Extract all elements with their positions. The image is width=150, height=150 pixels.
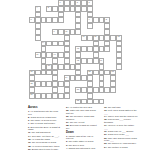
clue-item: 3. The Son of God [66,144,100,147]
clue-text: The garden of Adam and Eve [108,142,136,144]
clue-text: Jesus died on the ___ [108,133,129,135]
clue-item: 13. Forty days Jesus fasted in the ___ [104,109,138,114]
clue-text: The first man [108,106,121,108]
clue-text: God said, "Let there be ___" [32,135,59,137]
clue-item: 24. The mother of Jesus [104,146,138,149]
cell-number: 8 [106,18,107,21]
cell-number: 13 [117,35,119,38]
clue-item: 6. The family of God's people [28,119,62,122]
across-header: Across [28,106,62,109]
clue-text: Site of Jesus' first miracle [30,122,55,124]
clue-text: Mary and Joseph found Jesus in the ___ [104,137,137,142]
clue-item: 11. The first sacrament [28,131,62,134]
clue-text: Water into wine was Jesus' first one [66,109,96,114]
cell-number: 6 [30,18,31,21]
clue-item: 20. Beads used to pray to Mary [28,148,62,150]
cell-number: 23 [112,70,114,73]
clue-item: 17. I believe in God, the Father ___ [104,124,138,129]
clue-item: 1. Usually said at the end of prayers [66,135,100,140]
cell-number: 14 [42,41,44,44]
cell-number: 28 [77,99,79,102]
cell-number: 20 [48,64,50,67]
clue-text: Beads used to pray to Mary [32,148,59,150]
clue-item: 23. The garden of Adam and Eve [104,142,138,145]
crossword-cell[interactable] [58,17,64,23]
clue-text: He parted the Red Sea [70,106,92,108]
clue-item: 5. Jesus grew up in this town [28,116,62,119]
crossword-cell[interactable] [99,99,105,105]
crossword-grid: 1234567891011121314151617181920212223242… [0,0,150,106]
clue-item: 16. The Good News of Jesus [28,141,62,144]
clue-text: The day of rest [70,121,85,123]
cell-number: 1 [59,1,60,4]
crossword-cell[interactable] [104,46,110,52]
cell-number: 9 [54,30,55,33]
clue-list: Across 1. He was thrown into the lions' … [28,106,138,150]
clue-text: Talking and listening to God [68,147,95,149]
clue-text: The foster father of Jesus [68,140,93,142]
cell-number: 11 [83,35,85,38]
clue-text: I believe in God, the Father ___ [104,124,134,129]
cell-number: 2 [77,1,78,4]
clue-item: 27. The day of rest [66,121,100,124]
clue-text: Loaves and ___ fed five thousand [104,118,131,123]
clue-text: Where God and the angels live [108,115,138,117]
clue-text: The Good News of Jesus [32,141,57,143]
cell-number: 17 [54,53,56,56]
clue-item: 21. Jesus died on the ___ [104,133,138,136]
clue-item: 26. The hill where Jesus was crucified [66,115,100,120]
clue-text: Jesus rose on ___ Sunday [108,130,134,132]
clue-text: He leads the Mass [32,138,50,140]
cell-number: 4 [36,6,37,9]
cell-number: 22 [88,70,90,73]
clue-text: The mother of Jesus [108,146,128,148]
cell-number: 10 [65,30,67,33]
clue-item: 14. Where God and the angels live [104,115,138,118]
clue-item: 4. Talking and listening to God [66,147,100,150]
clue-text: He denied Jesus three times [32,145,60,147]
clue-item: 15. He leads the Mass [28,138,62,141]
crossword-cell[interactable] [116,64,122,70]
clue-item: 15. Loaves and ___ fed five thousand [104,118,138,123]
cell-number: 26 [77,88,79,91]
clue-item: 18. He denied Jesus three times [28,145,62,148]
cell-number: 15 [77,47,79,50]
clue-item: 14. God said, "Let there be ___" [28,135,62,138]
cell-number: 16 [36,53,38,56]
clue-item: 25. Water into wine was Jesus' first one [66,109,100,114]
clue-item: 9. Becomes the Body of Christ at Mass [28,126,62,131]
cell-number: 5 [48,6,49,9]
clue-item: 24. He parted the Red Sea [66,106,100,109]
clue-text: Becomes the Body of Christ at Mass [28,126,60,131]
cell-number: 18 [77,59,79,62]
clue-text: The family of God's people [30,119,56,121]
crossword-cell[interactable] [87,23,93,29]
clue-text: Jesus grew up in this town [30,116,56,118]
clue-text: The Son of God [68,144,83,146]
cell-number: 12 [94,35,96,38]
clue-text: The first sacrament [32,131,51,133]
clue-text: The hill where Jesus was crucified [66,115,94,120]
clue-text: Forty days Jesus fasted in the ___ [104,109,137,114]
clue-text: He was thrown into the lions' den [28,110,58,115]
clue-item: 1. He was thrown into the lions' den [28,110,62,115]
clue-item: 22. Mary and Joseph found Jesus in the _… [104,137,138,142]
cell-number: 19 [100,59,102,62]
cell-number: 25 [30,82,32,85]
down-header: Down [66,131,100,134]
clue-item: 19. Jesus rose on ___ Sunday [104,130,138,133]
crossword-cell[interactable] [110,87,116,93]
clue-item: 7. Site of Jesus' first miracle [28,122,62,125]
cell-number: 3 [88,1,89,4]
clue-item: 28. Believing in what we cannot see [66,124,100,129]
clue-item: 2. The foster father of Jesus [66,140,100,143]
clue-text: Believing in what we cannot see [66,124,97,129]
cell-number: 21 [30,70,32,73]
cell-number: 27 [30,93,32,96]
clue-text: Usually said at the end of prayers [66,135,93,140]
crossword-cell[interactable] [64,93,70,99]
cell-number: 24 [65,76,67,79]
clue-item: 12. The first man [104,106,138,109]
cell-number: 7 [88,18,89,21]
